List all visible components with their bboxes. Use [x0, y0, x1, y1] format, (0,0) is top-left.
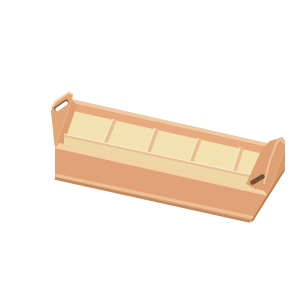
wooden-sorting-tray: [0, 0, 300, 300]
product-photo-canvas: [0, 0, 300, 300]
